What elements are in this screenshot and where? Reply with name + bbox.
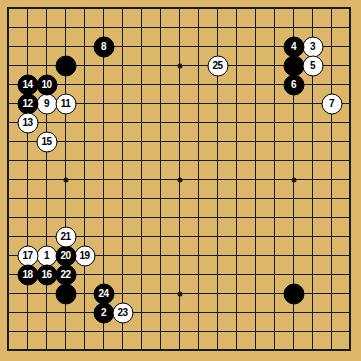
stone-black-B15: 14 — [17, 74, 38, 95]
stone-black-C15: 10 — [36, 74, 57, 95]
stone-black-Q4 — [283, 283, 304, 304]
move-number: 4 — [291, 42, 296, 52]
stone-black-Q15: 6 — [283, 74, 304, 95]
move-number: 16 — [41, 270, 51, 280]
move-number: 15 — [41, 137, 51, 147]
star-point — [291, 177, 296, 182]
stone-white-S14: 7 — [321, 93, 342, 114]
stone-black-C5: 16 — [36, 264, 57, 285]
stone-black-F3: 2 — [93, 302, 114, 323]
stone-white-G3: 23 — [112, 302, 133, 323]
move-number: 18 — [22, 270, 32, 280]
move-number: 7 — [329, 99, 334, 109]
stone-black-D6: 20 — [55, 245, 76, 266]
stone-white-C6: 1 — [36, 245, 57, 266]
stone-black-Q17: 4 — [283, 36, 304, 57]
stone-black-D4 — [55, 283, 76, 304]
move-number: 5 — [310, 61, 315, 71]
move-number: 9 — [44, 99, 49, 109]
move-number: 17 — [22, 251, 32, 261]
stone-white-D7: 21 — [55, 226, 76, 247]
move-number: 6 — [291, 80, 296, 90]
move-number: 11 — [61, 99, 71, 109]
move-number: 23 — [117, 308, 127, 318]
stone-white-R16: 5 — [302, 55, 323, 76]
move-number: 14 — [22, 80, 32, 90]
star-point — [177, 63, 182, 68]
stone-black-B5: 18 — [17, 264, 38, 285]
stone-white-M16: 25 — [207, 55, 228, 76]
go-board: 1234567891011121314151617181920212223242… — [0, 0, 361, 361]
move-number: 19 — [79, 251, 89, 261]
stone-black-Q16 — [283, 55, 304, 76]
move-number: 3 — [310, 42, 315, 52]
move-number: 22 — [60, 270, 70, 280]
move-number: 21 — [60, 232, 70, 242]
stone-black-F4: 24 — [93, 283, 114, 304]
move-number: 1 — [44, 251, 49, 261]
move-number: 10 — [41, 80, 51, 90]
stone-white-C14: 9 — [36, 93, 57, 114]
stone-white-D14: 11 — [55, 93, 76, 114]
star-point — [177, 177, 182, 182]
stone-white-B13: 13 — [17, 112, 38, 133]
stone-white-C12: 15 — [36, 131, 57, 152]
move-number: 20 — [60, 251, 70, 261]
move-number: 24 — [98, 289, 108, 299]
move-number: 25 — [212, 61, 222, 71]
move-number: 2 — [101, 308, 106, 318]
stone-black-D5: 22 — [55, 264, 76, 285]
move-number: 13 — [22, 118, 32, 128]
star-point — [177, 291, 182, 296]
stone-black-D16 — [55, 55, 76, 76]
move-number: 8 — [101, 42, 106, 52]
move-number: 12 — [22, 99, 32, 109]
stone-white-R17: 3 — [302, 36, 323, 57]
stone-black-B14: 12 — [17, 93, 38, 114]
stone-white-E6: 19 — [74, 245, 95, 266]
stone-white-B6: 17 — [17, 245, 38, 266]
stone-black-F17: 8 — [93, 36, 114, 57]
star-point — [63, 177, 68, 182]
